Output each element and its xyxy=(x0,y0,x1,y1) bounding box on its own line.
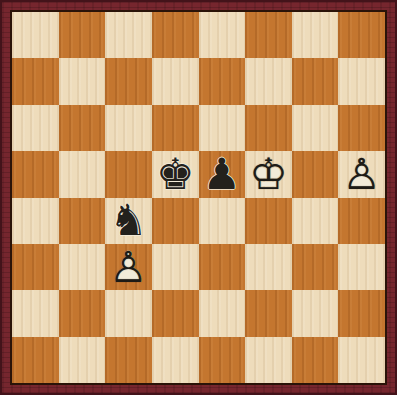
square-e7[interactable] xyxy=(199,58,246,104)
white-pawn-icon: ♙ xyxy=(109,246,148,289)
piece-white-pawn[interactable]: ♟♙ xyxy=(338,151,385,197)
square-b5[interactable] xyxy=(59,151,106,197)
square-h3[interactable] xyxy=(338,244,385,290)
square-a3[interactable] xyxy=(12,244,59,290)
square-b3[interactable] xyxy=(59,244,106,290)
square-h1[interactable] xyxy=(338,337,385,383)
square-e2[interactable] xyxy=(199,290,246,336)
square-h7[interactable] xyxy=(338,58,385,104)
square-b8[interactable] xyxy=(59,12,106,58)
square-b1[interactable] xyxy=(59,337,106,383)
square-b4[interactable] xyxy=(59,198,106,244)
square-h6[interactable] xyxy=(338,105,385,151)
square-d4[interactable] xyxy=(152,198,199,244)
white-pawn-icon: ♙ xyxy=(342,153,381,196)
square-d3[interactable] xyxy=(152,244,199,290)
square-c7[interactable] xyxy=(105,58,152,104)
square-c4[interactable]: ♞ xyxy=(105,198,152,244)
square-h2[interactable] xyxy=(338,290,385,336)
black-king-icon: ♚ xyxy=(156,153,195,196)
square-f6[interactable] xyxy=(245,105,292,151)
square-f1[interactable] xyxy=(245,337,292,383)
board-frame: ♚♟♚♔♟♙♞♟♙ xyxy=(0,0,397,395)
square-a2[interactable] xyxy=(12,290,59,336)
square-f2[interactable] xyxy=(245,290,292,336)
square-d6[interactable] xyxy=(152,105,199,151)
square-e1[interactable] xyxy=(199,337,246,383)
square-c2[interactable] xyxy=(105,290,152,336)
square-d5[interactable]: ♚ xyxy=(152,151,199,197)
square-c6[interactable] xyxy=(105,105,152,151)
square-a8[interactable] xyxy=(12,12,59,58)
square-f3[interactable] xyxy=(245,244,292,290)
square-g4[interactable] xyxy=(292,198,339,244)
square-c3[interactable]: ♟♙ xyxy=(105,244,152,290)
square-c5[interactable] xyxy=(105,151,152,197)
square-f4[interactable] xyxy=(245,198,292,244)
square-g3[interactable] xyxy=(292,244,339,290)
piece-black-knight[interactable]: ♞ xyxy=(105,198,152,244)
square-e3[interactable] xyxy=(199,244,246,290)
square-d2[interactable] xyxy=(152,290,199,336)
square-e8[interactable] xyxy=(199,12,246,58)
square-g1[interactable] xyxy=(292,337,339,383)
square-c8[interactable] xyxy=(105,12,152,58)
square-e4[interactable] xyxy=(199,198,246,244)
square-b6[interactable] xyxy=(59,105,106,151)
square-g8[interactable] xyxy=(292,12,339,58)
square-a1[interactable] xyxy=(12,337,59,383)
square-e6[interactable] xyxy=(199,105,246,151)
piece-black-king[interactable]: ♚ xyxy=(152,151,199,197)
square-a4[interactable] xyxy=(12,198,59,244)
square-h8[interactable] xyxy=(338,12,385,58)
square-g6[interactable] xyxy=(292,105,339,151)
square-f7[interactable] xyxy=(245,58,292,104)
square-a5[interactable] xyxy=(12,151,59,197)
square-e5[interactable]: ♟ xyxy=(199,151,246,197)
square-a7[interactable] xyxy=(12,58,59,104)
piece-white-pawn[interactable]: ♟♙ xyxy=(105,244,152,290)
square-f8[interactable] xyxy=(245,12,292,58)
square-g5[interactable] xyxy=(292,151,339,197)
square-d7[interactable] xyxy=(152,58,199,104)
square-g7[interactable] xyxy=(292,58,339,104)
square-a6[interactable] xyxy=(12,105,59,151)
piece-white-king[interactable]: ♚♔ xyxy=(245,151,292,197)
black-knight-icon: ♞ xyxy=(109,199,148,242)
square-c1[interactable] xyxy=(105,337,152,383)
square-f5[interactable]: ♚♔ xyxy=(245,151,292,197)
square-h5[interactable]: ♟♙ xyxy=(338,151,385,197)
square-h4[interactable] xyxy=(338,198,385,244)
white-king-icon: ♔ xyxy=(249,153,288,196)
square-b2[interactable] xyxy=(59,290,106,336)
piece-black-pawn[interactable]: ♟ xyxy=(199,151,246,197)
square-d8[interactable] xyxy=(152,12,199,58)
chess-board: ♚♟♚♔♟♙♞♟♙ xyxy=(10,10,387,385)
black-pawn-icon: ♟ xyxy=(203,153,242,196)
square-b7[interactable] xyxy=(59,58,106,104)
square-d1[interactable] xyxy=(152,337,199,383)
square-g2[interactable] xyxy=(292,290,339,336)
